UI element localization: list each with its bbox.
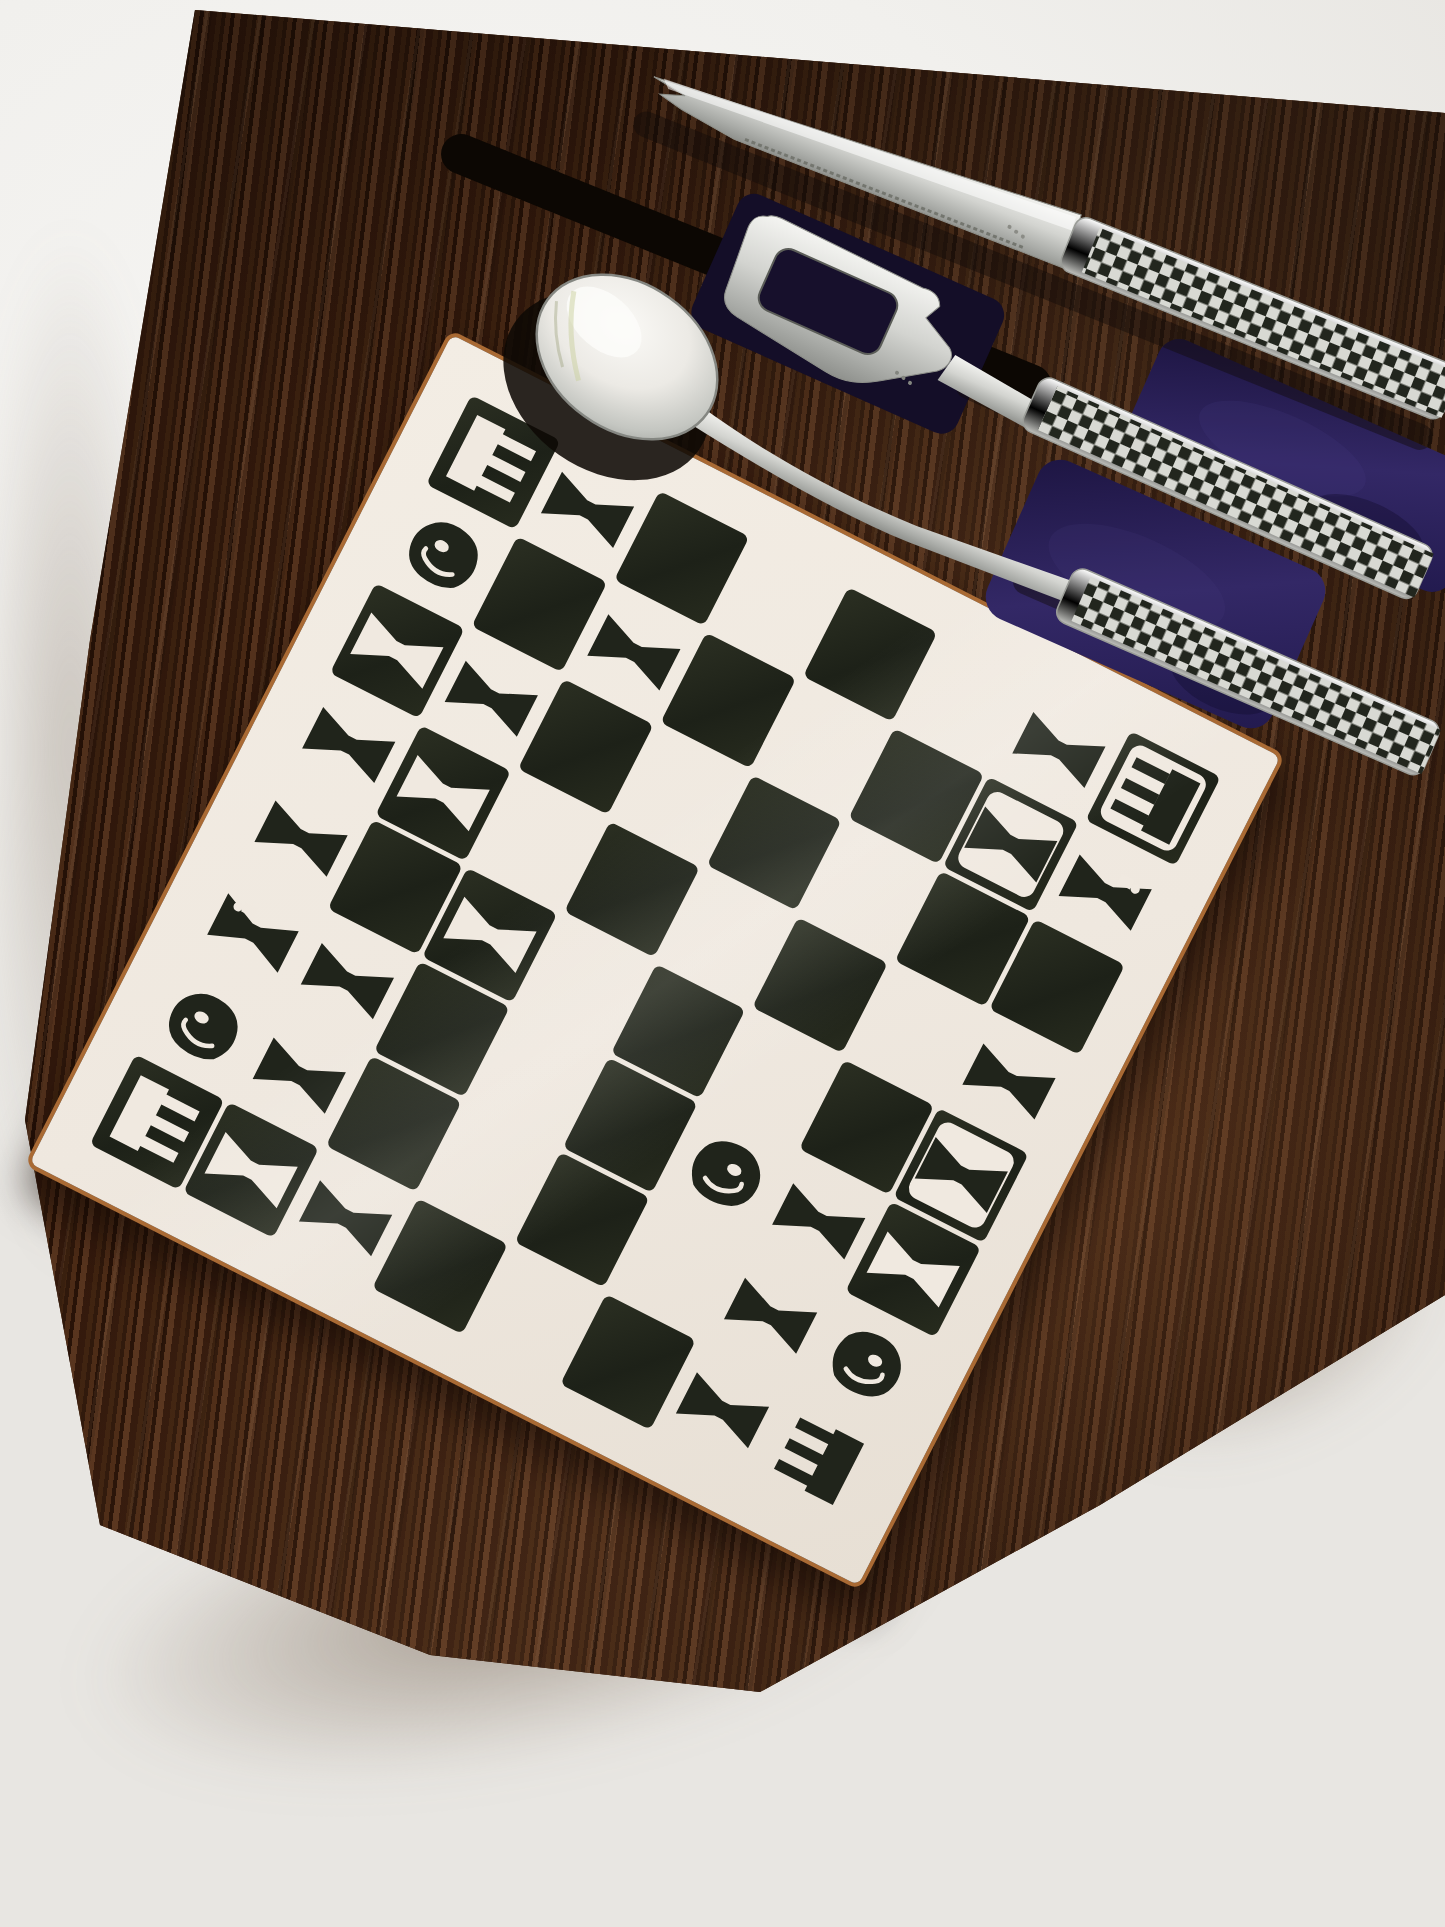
photo-stage: [0, 0, 1445, 1927]
tools-overlay: [0, 0, 1445, 1927]
spoon-neck: [676, 402, 1078, 609]
